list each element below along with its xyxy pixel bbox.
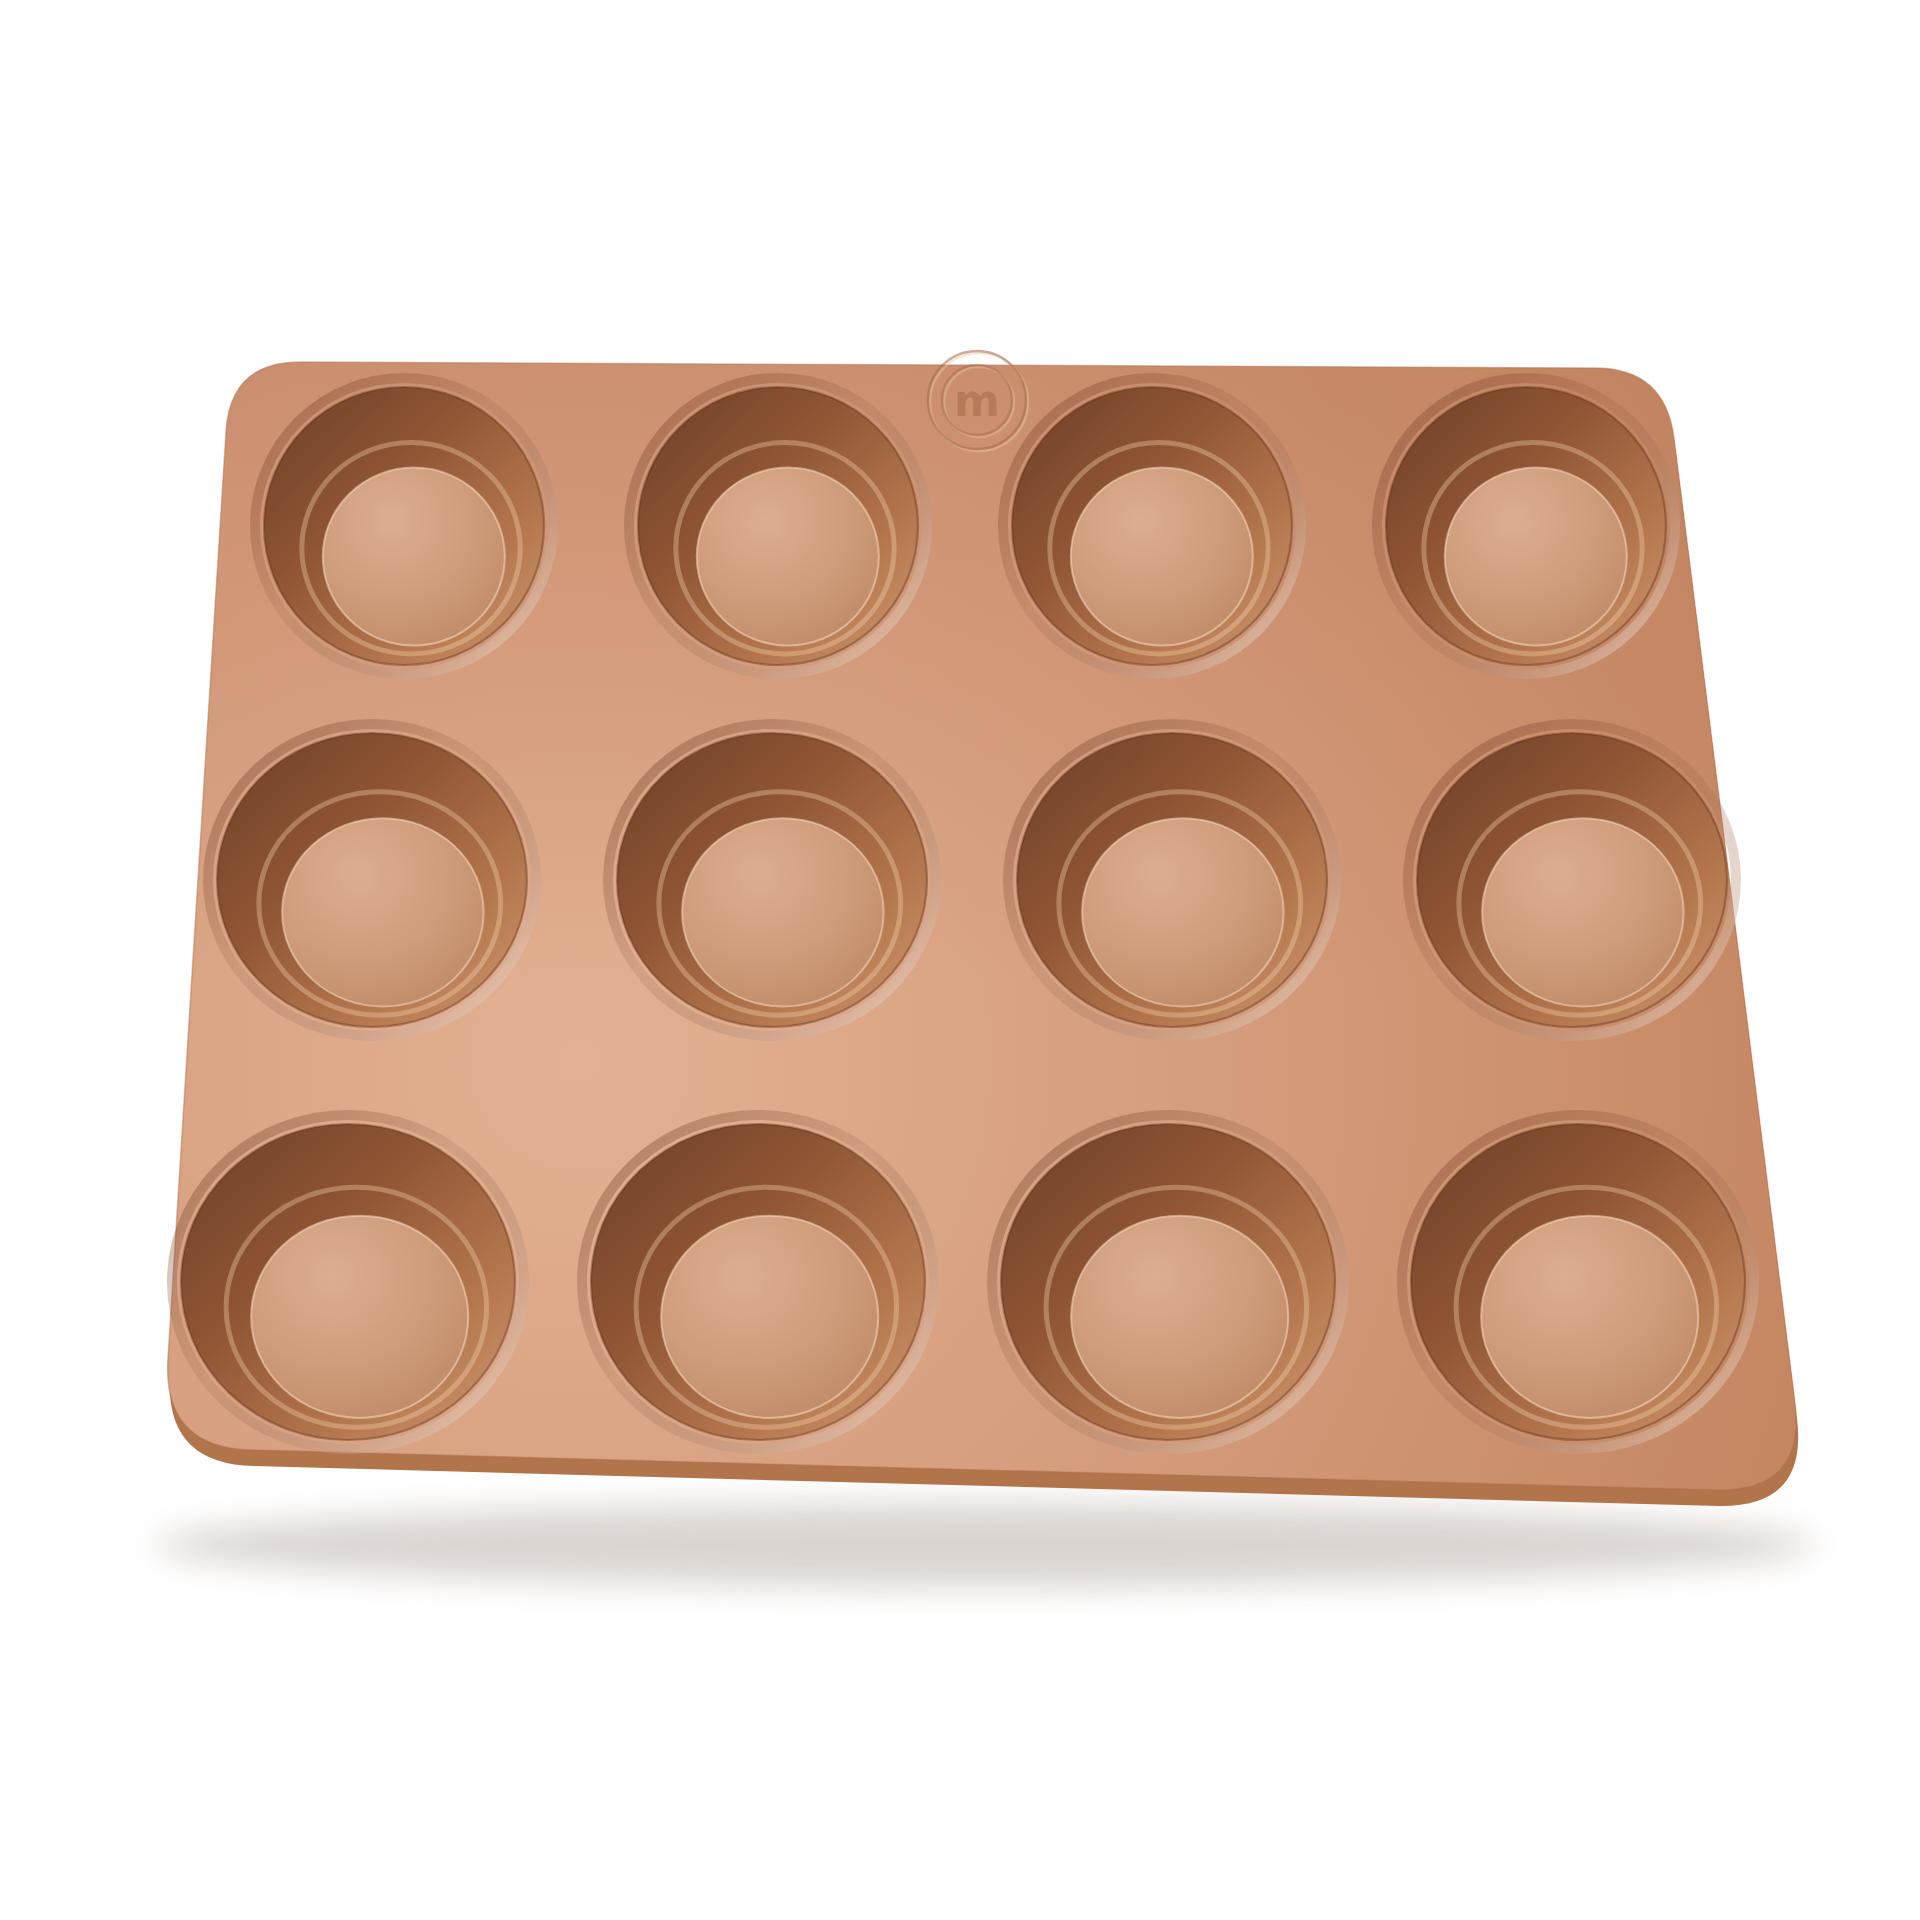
muffin-cup-r3-c2 <box>582 1115 934 1449</box>
muffin-cup-r3-c1 <box>172 1115 524 1449</box>
muffin-cup-r1-c4 <box>1377 378 1675 674</box>
muffin-cup-r2-c2 <box>608 724 936 1036</box>
muffin-cup-r1-c2 <box>629 378 927 674</box>
muffin-cup-r2-c3 <box>1008 724 1336 1036</box>
muffin-cup-r2-c1 <box>208 724 536 1036</box>
muffin-cup-r2-c4 <box>1408 724 1736 1036</box>
muffin-cup-r3-c3 <box>992 1115 1344 1449</box>
muffin-cup-r1-c3 <box>1003 378 1301 674</box>
muffin-cup-r1-c1 <box>255 378 553 674</box>
logo-monogram: m <box>954 375 1000 426</box>
brand-logo-emboss: m <box>928 351 1028 451</box>
muffin-cup-r3-c4 <box>1402 1115 1754 1449</box>
muffin-pan-photo: m <box>0 0 1920 1920</box>
product-photo: m <box>0 0 1920 1920</box>
pan-shadow <box>155 1503 1815 1587</box>
